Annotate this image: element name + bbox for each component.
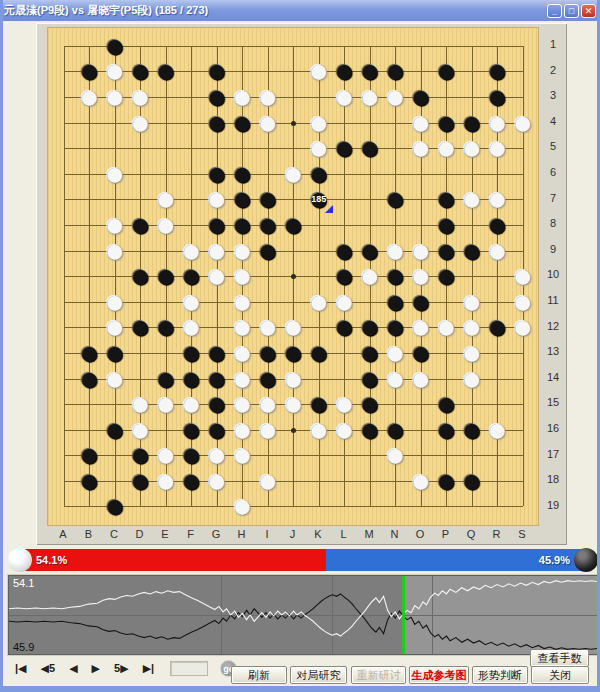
board-cell-E8[interactable]: ● — [153, 212, 179, 238]
board-cell-P16[interactable]: ● — [434, 417, 460, 443]
board-cell-A6[interactable] — [51, 161, 77, 187]
board-cell-P12[interactable]: ● — [434, 315, 460, 341]
board-cell-Q19[interactable] — [459, 494, 485, 520]
board-cell-E13[interactable] — [153, 340, 179, 366]
board-cell-G13[interactable]: ● — [204, 340, 230, 366]
board-cell-H9[interactable]: ● — [230, 238, 256, 264]
board-cell-O14[interactable]: ● — [408, 366, 434, 392]
board-cell-D16[interactable]: ● — [128, 417, 154, 443]
board-cell-Q14[interactable]: ● — [459, 366, 485, 392]
board-cell-E6[interactable] — [153, 161, 179, 187]
board-cell-R6[interactable] — [485, 161, 511, 187]
board-cell-F15[interactable]: ● — [179, 391, 205, 417]
board-cell-H8[interactable]: ● — [230, 212, 256, 238]
board-cell-B9[interactable] — [77, 238, 103, 264]
board-cell-B16[interactable] — [77, 417, 103, 443]
board-cell-S4[interactable]: ● — [510, 110, 536, 136]
board-cell-F9[interactable]: ● — [179, 238, 205, 264]
board-cell-E19[interactable] — [153, 494, 179, 520]
board-cell-R13[interactable] — [485, 340, 511, 366]
board-cell-F7[interactable] — [179, 187, 205, 213]
board-cell-A14[interactable] — [51, 366, 77, 392]
game-study-button[interactable]: 对局研究 — [290, 666, 347, 684]
board-cell-S16[interactable] — [510, 417, 536, 443]
board-cell-G6[interactable]: ● — [204, 161, 230, 187]
board-cell-L10[interactable]: ● — [332, 263, 358, 289]
board-cell-G19[interactable] — [204, 494, 230, 520]
board-cell-E17[interactable]: ● — [153, 443, 179, 469]
board-cell-N1[interactable] — [383, 33, 409, 59]
board-cell-L2[interactable]: ● — [332, 59, 358, 85]
board-cell-G18[interactable]: ● — [204, 468, 230, 494]
board-cell-M15[interactable]: ● — [357, 391, 383, 417]
board-cell-C11[interactable]: ● — [102, 289, 128, 315]
board-cell-M12[interactable]: ● — [357, 315, 383, 341]
board-cell-R3[interactable]: ● — [485, 84, 511, 110]
close-button[interactable]: 关闭 — [531, 666, 589, 684]
board-cell-J19[interactable] — [281, 494, 307, 520]
board-cell-R7[interactable]: ● — [485, 187, 511, 213]
board-cell-M1[interactable] — [357, 33, 383, 59]
board-cell-M6[interactable] — [357, 161, 383, 187]
board-cell-K8[interactable] — [306, 212, 332, 238]
board-cell-E16[interactable] — [153, 417, 179, 443]
board-cell-R4[interactable]: ● — [485, 110, 511, 136]
board-cell-H10[interactable]: ● — [230, 263, 256, 289]
board-cell-D19[interactable] — [128, 494, 154, 520]
board-cell-D3[interactable]: ● — [128, 84, 154, 110]
board-cell-R16[interactable]: ● — [485, 417, 511, 443]
board-cell-C16[interactable]: ● — [102, 417, 128, 443]
board-cell-F14[interactable]: ● — [179, 366, 205, 392]
board-cell-G1[interactable] — [204, 33, 230, 59]
board-cell-R2[interactable]: ● — [485, 59, 511, 85]
board-cell-G7[interactable]: ● — [204, 187, 230, 213]
board-cell-R17[interactable] — [485, 443, 511, 469]
board-cell-B18[interactable]: ● — [77, 468, 103, 494]
board-cell-R18[interactable] — [485, 468, 511, 494]
board-cell-O7[interactable] — [408, 187, 434, 213]
board-cell-M19[interactable] — [357, 494, 383, 520]
board-cell-H6[interactable]: ● — [230, 161, 256, 187]
board-cell-O15[interactable] — [408, 391, 434, 417]
board-cell-L8[interactable] — [332, 212, 358, 238]
board-cell-A5[interactable] — [51, 135, 77, 161]
board-cell-G14[interactable]: ● — [204, 366, 230, 392]
board-cell-O12[interactable]: ● — [408, 315, 434, 341]
board-cell-K4[interactable]: ● — [306, 110, 332, 136]
board-cell-Q2[interactable] — [459, 59, 485, 85]
board-cell-S5[interactable] — [510, 135, 536, 161]
situation-judge-button[interactable]: 形势判断 — [472, 666, 528, 684]
board-cell-D14[interactable] — [128, 366, 154, 392]
board-cell-H12[interactable]: ● — [230, 315, 256, 341]
board-cell-J6[interactable]: ● — [281, 161, 307, 187]
board-cell-J15[interactable]: ● — [281, 391, 307, 417]
board-cell-D11[interactable] — [128, 289, 154, 315]
board-cell-B10[interactable] — [77, 263, 103, 289]
board-cell-I4[interactable]: ● — [255, 110, 281, 136]
board-cell-F5[interactable] — [179, 135, 205, 161]
board-cell-O8[interactable] — [408, 212, 434, 238]
board-cell-R19[interactable] — [485, 494, 511, 520]
board-cell-E3[interactable] — [153, 84, 179, 110]
board-cell-F11[interactable]: ● — [179, 289, 205, 315]
board-cell-J8[interactable]: ● — [281, 212, 307, 238]
board-cell-C19[interactable]: ● — [102, 494, 128, 520]
board-cell-C6[interactable]: ● — [102, 161, 128, 187]
board-cell-B13[interactable]: ● — [77, 340, 103, 366]
board-cell-O1[interactable] — [408, 33, 434, 59]
board-cell-J17[interactable] — [281, 443, 307, 469]
board-cell-F13[interactable]: ● — [179, 340, 205, 366]
board-cell-K3[interactable] — [306, 84, 332, 110]
board-cell-K12[interactable] — [306, 315, 332, 341]
board-cell-C18[interactable] — [102, 468, 128, 494]
board-cell-B2[interactable]: ● — [77, 59, 103, 85]
board-cell-G5[interactable] — [204, 135, 230, 161]
winrate-graph[interactable]: 54.1 45.9 — [8, 575, 598, 655]
board-cell-H3[interactable]: ● — [230, 84, 256, 110]
board-cell-J1[interactable] — [281, 33, 307, 59]
board-cell-I10[interactable] — [255, 263, 281, 289]
board-cell-J18[interactable] — [281, 468, 307, 494]
board-cell-D4[interactable]: ● — [128, 110, 154, 136]
board-cell-B4[interactable] — [77, 110, 103, 136]
board-cell-P11[interactable] — [434, 289, 460, 315]
board-cell-M7[interactable] — [357, 187, 383, 213]
board-cell-L4[interactable] — [332, 110, 358, 136]
board-cell-I3[interactable]: ● — [255, 84, 281, 110]
board-cell-O17[interactable] — [408, 443, 434, 469]
board-cell-M2[interactable]: ● — [357, 59, 383, 85]
board-cell-P7[interactable]: ● — [434, 187, 460, 213]
board-cell-K11[interactable]: ● — [306, 289, 332, 315]
board-cell-N19[interactable] — [383, 494, 409, 520]
board-cell-E10[interactable]: ● — [153, 263, 179, 289]
board-cell-S13[interactable] — [510, 340, 536, 366]
board-cell-O19[interactable] — [408, 494, 434, 520]
board-cell-I9[interactable]: ● — [255, 238, 281, 264]
board-cell-C5[interactable] — [102, 135, 128, 161]
board-cell-L5[interactable]: ● — [332, 135, 358, 161]
board-cell-N6[interactable] — [383, 161, 409, 187]
board-cell-Q1[interactable] — [459, 33, 485, 59]
nav-button-5[interactable]: ▶| — [141, 662, 157, 675]
board-cell-I2[interactable] — [255, 59, 281, 85]
board-cell-M14[interactable]: ● — [357, 366, 383, 392]
board-cell-K6[interactable]: ● — [306, 161, 332, 187]
board-cell-P9[interactable]: ● — [434, 238, 460, 264]
board-cell-D1[interactable] — [128, 33, 154, 59]
board-cell-H2[interactable] — [230, 59, 256, 85]
nav-button-4[interactable]: 5▶ — [112, 662, 131, 675]
board-cell-N15[interactable] — [383, 391, 409, 417]
board-cell-J2[interactable] — [281, 59, 307, 85]
board-cell-A8[interactable] — [51, 212, 77, 238]
board-cell-F16[interactable]: ● — [179, 417, 205, 443]
board-cell-Q11[interactable]: ● — [459, 289, 485, 315]
board-cell-N2[interactable]: ● — [383, 59, 409, 85]
minimize-button[interactable]: _ — [547, 4, 562, 18]
board-cell-F8[interactable] — [179, 212, 205, 238]
board-cell-O10[interactable]: ● — [408, 263, 434, 289]
board-cell-P18[interactable]: ● — [434, 468, 460, 494]
board-cell-E5[interactable] — [153, 135, 179, 161]
board-cell-L14[interactable] — [332, 366, 358, 392]
board-cell-K1[interactable] — [306, 33, 332, 59]
board-cell-E15[interactable]: ● — [153, 391, 179, 417]
board-cell-F19[interactable] — [179, 494, 205, 520]
board-cell-S18[interactable] — [510, 468, 536, 494]
board-cell-S11[interactable]: ● — [510, 289, 536, 315]
graph-cursor-line[interactable] — [402, 576, 405, 654]
board-cell-I17[interactable] — [255, 443, 281, 469]
board-cell-J10[interactable] — [281, 263, 307, 289]
board-cell-S9[interactable] — [510, 238, 536, 264]
board-cell-P13[interactable] — [434, 340, 460, 366]
board-cell-G3[interactable]: ● — [204, 84, 230, 110]
board-cell-H7[interactable]: ● — [230, 187, 256, 213]
board-cell-E12[interactable]: ● — [153, 315, 179, 341]
board-cell-C1[interactable]: ● — [102, 33, 128, 59]
board-cell-H15[interactable]: ● — [230, 391, 256, 417]
board-cell-C9[interactable]: ● — [102, 238, 128, 264]
board-cell-A15[interactable] — [51, 391, 77, 417]
board-cell-Q4[interactable]: ● — [459, 110, 485, 136]
board-cell-Q15[interactable] — [459, 391, 485, 417]
refresh-button[interactable]: 刷新 — [231, 666, 287, 684]
board-cell-J16[interactable] — [281, 417, 307, 443]
board-cell-N16[interactable]: ● — [383, 417, 409, 443]
board-cell-P6[interactable] — [434, 161, 460, 187]
board-cell-K10[interactable] — [306, 263, 332, 289]
board-cell-L19[interactable] — [332, 494, 358, 520]
board-cell-L17[interactable] — [332, 443, 358, 469]
board-cell-P1[interactable] — [434, 33, 460, 59]
board-cell-I15[interactable]: ● — [255, 391, 281, 417]
board-cell-D5[interactable] — [128, 135, 154, 161]
board-cell-L16[interactable]: ● — [332, 417, 358, 443]
board-cell-E4[interactable] — [153, 110, 179, 136]
board-cell-P14[interactable] — [434, 366, 460, 392]
board-cell-M16[interactable]: ● — [357, 417, 383, 443]
board-cell-L9[interactable]: ● — [332, 238, 358, 264]
board-cell-O2[interactable] — [408, 59, 434, 85]
board-cell-F2[interactable] — [179, 59, 205, 85]
board-cell-L7[interactable] — [332, 187, 358, 213]
board-cell-N7[interactable]: ● — [383, 187, 409, 213]
board-cell-B14[interactable]: ● — [77, 366, 103, 392]
board-cell-A19[interactable] — [51, 494, 77, 520]
board-cell-P17[interactable] — [434, 443, 460, 469]
board-cell-F12[interactable]: ● — [179, 315, 205, 341]
board-cell-F6[interactable] — [179, 161, 205, 187]
board-cell-M8[interactable] — [357, 212, 383, 238]
board-cell-C3[interactable]: ● — [102, 84, 128, 110]
board-cell-D17[interactable]: ● — [128, 443, 154, 469]
board-cell-C14[interactable]: ● — [102, 366, 128, 392]
board-cell-Q3[interactable] — [459, 84, 485, 110]
board-cell-G11[interactable] — [204, 289, 230, 315]
board-cell-H11[interactable]: ● — [230, 289, 256, 315]
board-cell-O11[interactable]: ● — [408, 289, 434, 315]
board-cell-A1[interactable] — [51, 33, 77, 59]
board-cell-I19[interactable] — [255, 494, 281, 520]
board-cell-Q6[interactable] — [459, 161, 485, 187]
board-cell-A7[interactable] — [51, 187, 77, 213]
board-cell-O5[interactable]: ● — [408, 135, 434, 161]
board-cell-F3[interactable] — [179, 84, 205, 110]
board-cell-K17[interactable] — [306, 443, 332, 469]
board-cell-M11[interactable] — [357, 289, 383, 315]
board-cell-D18[interactable]: ● — [128, 468, 154, 494]
board-cell-S14[interactable] — [510, 366, 536, 392]
board-cell-Q17[interactable] — [459, 443, 485, 469]
board-cell-E2[interactable]: ● — [153, 59, 179, 85]
board-cell-R12[interactable]: ● — [485, 315, 511, 341]
board-cell-N14[interactable]: ● — [383, 366, 409, 392]
board-cell-J4[interactable] — [281, 110, 307, 136]
board-cell-L3[interactable]: ● — [332, 84, 358, 110]
board-cell-S17[interactable] — [510, 443, 536, 469]
board-cell-C10[interactable] — [102, 263, 128, 289]
board-cell-C12[interactable]: ● — [102, 315, 128, 341]
board-cell-L12[interactable]: ● — [332, 315, 358, 341]
board-cell-I7[interactable]: ● — [255, 187, 281, 213]
board-cell-K2[interactable]: ● — [306, 59, 332, 85]
board-cell-K13[interactable]: ● — [306, 340, 332, 366]
board-cell-P19[interactable] — [434, 494, 460, 520]
board-cell-D12[interactable]: ● — [128, 315, 154, 341]
board-cell-B6[interactable] — [77, 161, 103, 187]
board-cell-I11[interactable] — [255, 289, 281, 315]
board-cell-Q10[interactable] — [459, 263, 485, 289]
board-cell-A17[interactable] — [51, 443, 77, 469]
board-cell-Q13[interactable]: ● — [459, 340, 485, 366]
board-cell-M17[interactable] — [357, 443, 383, 469]
board-cell-B5[interactable] — [77, 135, 103, 161]
board-cell-Q16[interactable]: ● — [459, 417, 485, 443]
board-cell-N3[interactable]: ● — [383, 84, 409, 110]
close-window-button[interactable]: ✕ — [581, 4, 596, 18]
board-cell-N12[interactable]: ● — [383, 315, 409, 341]
board-cell-J12[interactable]: ● — [281, 315, 307, 341]
board-cell-B8[interactable] — [77, 212, 103, 238]
board-cell-R9[interactable]: ● — [485, 238, 511, 264]
board-cell-F18[interactable]: ● — [179, 468, 205, 494]
board-cell-Q7[interactable]: ● — [459, 187, 485, 213]
board-cell-K7[interactable]: ●185 — [306, 187, 332, 213]
board-cell-G9[interactable]: ● — [204, 238, 230, 264]
board-cell-Q9[interactable]: ● — [459, 238, 485, 264]
board-cell-A2[interactable] — [51, 59, 77, 85]
board-cell-O16[interactable] — [408, 417, 434, 443]
board-cell-B1[interactable] — [77, 33, 103, 59]
board-cell-S1[interactable] — [510, 33, 536, 59]
board-cell-S3[interactable] — [510, 84, 536, 110]
board-cell-F10[interactable]: ● — [179, 263, 205, 289]
board-cell-M13[interactable]: ● — [357, 340, 383, 366]
board-cell-R10[interactable] — [485, 263, 511, 289]
board-cell-A12[interactable] — [51, 315, 77, 341]
board-cell-S10[interactable]: ● — [510, 263, 536, 289]
board-cell-B19[interactable] — [77, 494, 103, 520]
board-cell-E18[interactable]: ● — [153, 468, 179, 494]
board-cell-H16[interactable]: ● — [230, 417, 256, 443]
board-cell-G12[interactable] — [204, 315, 230, 341]
board-cell-C15[interactable] — [102, 391, 128, 417]
board-cell-B3[interactable]: ● — [77, 84, 103, 110]
board-cell-P2[interactable]: ● — [434, 59, 460, 85]
board-cell-C8[interactable]: ● — [102, 212, 128, 238]
board-cell-M5[interactable]: ● — [357, 135, 383, 161]
board-cell-K16[interactable]: ● — [306, 417, 332, 443]
board-cell-N8[interactable] — [383, 212, 409, 238]
board-cell-S12[interactable]: ● — [510, 315, 536, 341]
board-cell-N18[interactable] — [383, 468, 409, 494]
board-cell-E1[interactable] — [153, 33, 179, 59]
board-cell-N5[interactable] — [383, 135, 409, 161]
board-cell-S7[interactable] — [510, 187, 536, 213]
board-cell-Q12[interactable]: ● — [459, 315, 485, 341]
nav-button-2[interactable]: ◀ — [67, 662, 79, 675]
board-cell-O18[interactable]: ● — [408, 468, 434, 494]
board-cell-H4[interactable]: ● — [230, 110, 256, 136]
board-cell-I13[interactable]: ● — [255, 340, 281, 366]
board-cell-K18[interactable] — [306, 468, 332, 494]
board-cell-N9[interactable]: ● — [383, 238, 409, 264]
board-cell-O3[interactable]: ● — [408, 84, 434, 110]
board-cell-D6[interactable] — [128, 161, 154, 187]
board-cell-A13[interactable] — [51, 340, 77, 366]
re-discuss-button[interactable]: 重新研讨 — [351, 666, 406, 684]
board-cell-K19[interactable] — [306, 494, 332, 520]
board-cell-L15[interactable]: ● — [332, 391, 358, 417]
nav-button-0[interactable]: |◀ — [13, 662, 29, 675]
board-cell-A18[interactable] — [51, 468, 77, 494]
board-cell-P8[interactable]: ● — [434, 212, 460, 238]
board-cell-D10[interactable]: ● — [128, 263, 154, 289]
board-cell-I8[interactable]: ● — [255, 212, 281, 238]
board-cell-B7[interactable] — [77, 187, 103, 213]
board-cell-D2[interactable]: ● — [128, 59, 154, 85]
board-cell-C2[interactable]: ● — [102, 59, 128, 85]
board-cell-S19[interactable] — [510, 494, 536, 520]
board-cell-P10[interactable]: ● — [434, 263, 460, 289]
board-cell-E9[interactable] — [153, 238, 179, 264]
board-cell-I12[interactable]: ● — [255, 315, 281, 341]
board-cell-E14[interactable]: ● — [153, 366, 179, 392]
board-cell-I1[interactable] — [255, 33, 281, 59]
board-cell-G2[interactable]: ● — [204, 59, 230, 85]
board-cell-S8[interactable] — [510, 212, 536, 238]
board-cell-G15[interactable]: ● — [204, 391, 230, 417]
board-cell-M18[interactable] — [357, 468, 383, 494]
board-cell-F1[interactable] — [179, 33, 205, 59]
board-cell-H5[interactable] — [230, 135, 256, 161]
board-cell-J7[interactable] — [281, 187, 307, 213]
board-cell-R15[interactable] — [485, 391, 511, 417]
board-cell-N4[interactable] — [383, 110, 409, 136]
board-cell-B17[interactable]: ● — [77, 443, 103, 469]
maximize-button[interactable]: □ — [564, 4, 579, 18]
board-cell-S6[interactable] — [510, 161, 536, 187]
board-cell-O4[interactable]: ● — [408, 110, 434, 136]
board-cell-O9[interactable]: ● — [408, 238, 434, 264]
board-cell-A16[interactable] — [51, 417, 77, 443]
board-cell-H1[interactable] — [230, 33, 256, 59]
